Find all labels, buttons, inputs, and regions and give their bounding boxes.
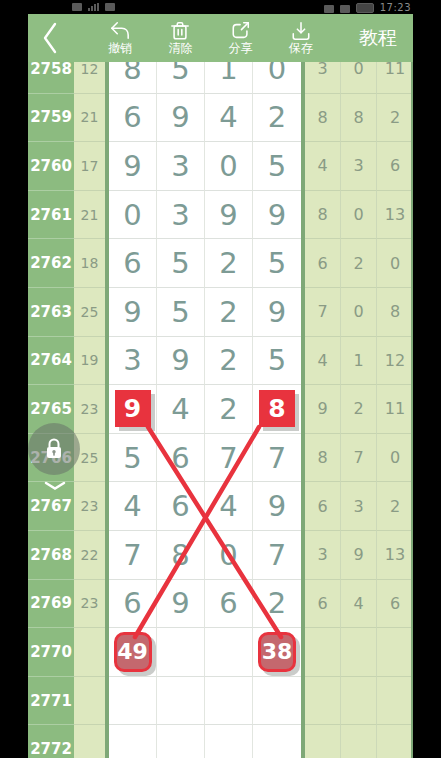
sum-cell: 18 [74,239,105,288]
chevron-down-icon [43,481,67,491]
sum-cell [74,725,105,758]
sum-cell: 23 [74,580,105,629]
digit-cell[interactable]: 9 [253,191,301,240]
digit-cell[interactable]: 4 [205,482,253,531]
period-cell: 2762 [28,239,74,288]
table-row: 27682278073913 [28,531,411,580]
lock-circle[interactable] [28,423,80,475]
share-label: 分享 [229,42,253,55]
digit-cell[interactable]: 4 [157,385,205,434]
table-row: 2759216942882 [28,94,411,143]
digit-cell[interactable]: 4 [205,94,253,143]
digit-cell[interactable]: 7 [253,531,301,580]
battery-icon [356,3,374,13]
digit-cell[interactable]: 9 [109,142,157,191]
stat-cell: 0 [377,434,413,483]
clear-button[interactable]: 清除 [168,21,192,55]
table-row: 2772 [28,725,411,758]
tutorial-button[interactable]: 教程 [359,25,397,51]
period-cell: 2761 [28,191,74,240]
digit-cell[interactable]: 9 [157,94,205,143]
stat-cell: 2 [341,239,377,288]
stat-cell [377,677,413,726]
table-row: 2763259529708 [28,288,411,337]
stat-cell: 4 [305,142,341,191]
table-row: 2766255677870 [28,434,411,483]
digit-cell[interactable]: 7 [253,434,301,483]
digit-cell[interactable]: 0 [109,191,157,240]
sum-cell: 19 [74,337,105,386]
stat-cell: 7 [305,288,341,337]
stat-cell: 6 [377,142,413,191]
stat-cell: 11 [377,385,413,434]
table-row: 2767234649632 [28,482,411,531]
sum-cell [74,628,105,677]
digit-cell[interactable]: 3 [157,142,205,191]
share-button[interactable]: 分享 [229,21,253,55]
undo-label: 撤销 [108,42,132,55]
digit-cell[interactable]: 9 [205,191,253,240]
trash-icon [169,21,191,41]
table-row: 2760179305436 [28,142,411,191]
digit-cell[interactable]: 5 [253,239,301,288]
period-cell: 2759 [28,94,74,143]
table-row: 27641939254112 [28,337,411,386]
digit-cell[interactable]: 6 [109,239,157,288]
save-label: 保存 [289,42,313,55]
digit-cell[interactable] [157,628,205,677]
digit-cell[interactable]: 5 [157,239,205,288]
stat-cell: 8 [305,94,341,143]
clock-text: 17:23 [380,3,411,13]
stat-cell: 12 [377,337,413,386]
clear-label: 清除 [168,42,192,55]
stat-cell [341,628,377,677]
stat-cell: 4 [305,337,341,386]
sum-cell: 23 [74,482,105,531]
digit-cell[interactable]: 3 [109,337,157,386]
stat-cell [341,725,377,758]
digit-cell[interactable]: 5 [253,337,301,386]
stat-cell [377,725,413,758]
lock-icon [43,437,65,461]
undo-button[interactable]: 撤销 [108,21,132,55]
app-notification-icon [105,3,115,11]
period-cell: 2769 [28,580,74,629]
digit-cell[interactable]: 6 [157,434,205,483]
digit-cell[interactable]: 5 [157,288,205,337]
stat-cell: 1 [341,337,377,386]
marked-digit[interactable]: 9 [115,390,151,427]
stat-cell: 0 [377,239,413,288]
sum-cell: 17 [74,142,105,191]
digit-cell[interactable] [157,725,205,758]
stat-cell: 6 [305,239,341,288]
table-row: 2762186525620 [28,239,411,288]
save-icon [290,21,312,41]
digit-cell[interactable]: 8 [253,385,301,434]
digit-cell[interactable]: 0 [205,531,253,580]
stat-cell: 6 [305,482,341,531]
table-row: 2771 [28,677,411,726]
digit-cell[interactable]: 5 [253,142,301,191]
alarm-icon [324,5,334,13]
digit-cell[interactable]: 2 [205,288,253,337]
phone-screen: 17:23 撤销 [0,0,441,758]
period-cell: 2760 [28,142,74,191]
stat-cell: 3 [305,531,341,580]
marked-digit[interactable]: 8 [259,390,295,427]
stat-cell: 8 [305,434,341,483]
toolbar: 撤销 清除 分享 [28,14,413,62]
save-button[interactable]: 保存 [289,21,313,55]
digit-cell[interactable]: 2 [253,94,301,143]
status-icons-left [72,3,115,11]
notification-icon [72,3,82,11]
share-icon [230,21,252,41]
digit-cell[interactable] [205,725,253,758]
scroll-lock-control[interactable] [28,423,80,475]
status-icons-right: 17:23 [324,3,411,13]
stat-cell: 8 [341,94,377,143]
stat-cell [305,628,341,677]
digit-cell[interactable]: 6 [109,94,157,143]
digit-cell[interactable]: 9 [109,288,157,337]
digit-cell[interactable]: 49 [109,628,157,677]
digit-cell[interactable]: 6 [109,580,157,629]
period-cell: 2771 [28,677,74,726]
digit-cell[interactable]: 2 [205,239,253,288]
stat-cell: 4 [341,580,377,629]
digit-cell[interactable]: 9 [109,385,157,434]
stat-cell: 3 [341,142,377,191]
sum-cell: 22 [74,531,105,580]
digit-cell[interactable]: 4 [109,482,157,531]
stat-cell [305,725,341,758]
sum-cell [74,677,105,726]
period-cell: 2763 [28,288,74,337]
stat-cell: 2 [341,385,377,434]
signal-bars-icon [88,3,99,11]
digit-cell[interactable] [253,725,301,758]
stat-cell: 6 [377,580,413,629]
stat-cell [377,628,413,677]
digit-cell[interactable] [205,628,253,677]
toolbar-actions: 撤销 清除 分享 [72,21,355,55]
table-row: 27652394289211 [28,385,411,434]
period-cell: 2772 [28,725,74,758]
digit-cell[interactable] [205,677,253,726]
digit-cell[interactable]: 9 [253,482,301,531]
digit-cell[interactable]: 9 [157,580,205,629]
digit-cell[interactable]: 6 [157,482,205,531]
stat-cell: 8 [305,191,341,240]
stat-cell: 13 [377,191,413,240]
table-row: 27704938 [28,628,411,677]
network-icon [340,5,350,13]
stat-cell: 6 [305,580,341,629]
back-button[interactable] [28,14,72,62]
stat-cell [305,677,341,726]
stat-cell: 9 [305,385,341,434]
period-cell: 2764 [28,337,74,386]
sum-cell: 21 [74,191,105,240]
table-row: 27612103998013 [28,191,411,240]
digit-cell[interactable] [253,677,301,726]
digit-cell[interactable]: 3 [157,191,205,240]
stat-cell: 0 [341,288,377,337]
digit-cell[interactable] [109,725,157,758]
digit-cell[interactable]: 0 [205,142,253,191]
stat-cell: 9 [341,531,377,580]
stat-cell: 13 [377,531,413,580]
stat-cell: 8 [377,288,413,337]
prediction-box[interactable]: 38 [258,632,296,672]
period-cell: 2768 [28,531,74,580]
period-cell: 2770 [28,628,74,677]
digit-cell[interactable]: 2 [253,580,301,629]
prediction-box[interactable]: 49 [114,632,152,672]
trend-chart-table: 2758128510301127592169428822760179305436… [28,45,413,758]
sum-cell: 25 [74,288,105,337]
digit-cell[interactable]: 9 [157,337,205,386]
stat-cell: 2 [377,94,413,143]
digit-cell[interactable]: 2 [205,337,253,386]
table-row: 2769236962646 [28,580,411,629]
stat-cell: 0 [341,191,377,240]
digit-cell[interactable] [157,677,205,726]
stat-cell [341,677,377,726]
digit-cell[interactable] [109,677,157,726]
digit-cell[interactable]: 5 [109,434,157,483]
back-icon [41,21,59,55]
stat-cell: 3 [341,482,377,531]
digit-cell[interactable]: 6 [205,580,253,629]
digit-cell[interactable]: 2 [205,385,253,434]
status-bar: 17:23 [0,0,441,14]
stat-cell: 2 [377,482,413,531]
digit-cell[interactable]: 8 [157,531,205,580]
stat-cell: 7 [341,434,377,483]
sum-cell: 21 [74,94,105,143]
digit-cell[interactable]: 7 [109,531,157,580]
undo-icon [109,21,131,41]
digit-cell[interactable]: 7 [205,434,253,483]
digit-cell[interactable]: 38 [253,628,301,677]
digit-cell[interactable]: 9 [253,288,301,337]
